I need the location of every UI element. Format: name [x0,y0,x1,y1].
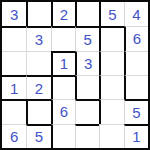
cell-r5c4[interactable] [75,99,99,123]
cell-r2c5[interactable] [99,26,123,50]
cell-r5c3[interactable]: 6 [51,99,75,123]
cell-r2c6[interactable]: 6 [124,26,148,50]
cell-r1c4[interactable] [75,2,99,26]
cell-r6c4[interactable] [75,124,99,148]
cell-r1c1[interactable]: 3 [2,2,26,26]
cell-r2c3[interactable] [51,26,75,50]
cell-r6c2[interactable]: 5 [26,124,50,148]
cell-r1c6[interactable]: 4 [124,2,148,26]
cell-r4c1[interactable]: 1 [2,75,26,99]
cell-r6c3[interactable] [51,124,75,148]
cell-r4c3[interactable] [51,75,75,99]
cell-r3c1[interactable] [2,51,26,75]
cell-r3c6[interactable] [124,51,148,75]
cell-r2c1[interactable] [2,26,26,50]
cell-r5c2[interactable] [26,99,50,123]
cell-r1c2[interactable] [26,2,50,26]
cell-r3c5[interactable] [99,51,123,75]
cell-r3c4[interactable]: 3 [75,51,99,75]
cell-r5c5[interactable] [99,99,123,123]
cell-r2c2[interactable]: 3 [26,26,50,50]
cell-r4c2[interactable]: 2 [26,75,50,99]
cell-r3c3[interactable]: 1 [51,51,75,75]
cell-r1c5[interactable]: 5 [99,2,123,26]
cell-r6c6[interactable]: 1 [124,124,148,148]
cell-r3c2[interactable] [26,51,50,75]
cell-r4c6[interactable] [124,75,148,99]
cell-r4c4[interactable] [75,75,99,99]
cell-r6c5[interactable] [99,124,123,148]
cell-r2c4[interactable]: 5 [75,26,99,50]
cell-r4c5[interactable] [99,75,123,99]
cell-r1c3[interactable]: 2 [51,2,75,26]
cell-r5c6[interactable]: 5 [124,99,148,123]
puzzle-board: 3254356131265651 [0,0,150,150]
cell-r6c1[interactable]: 6 [2,124,26,148]
cell-r5c1[interactable] [2,99,26,123]
